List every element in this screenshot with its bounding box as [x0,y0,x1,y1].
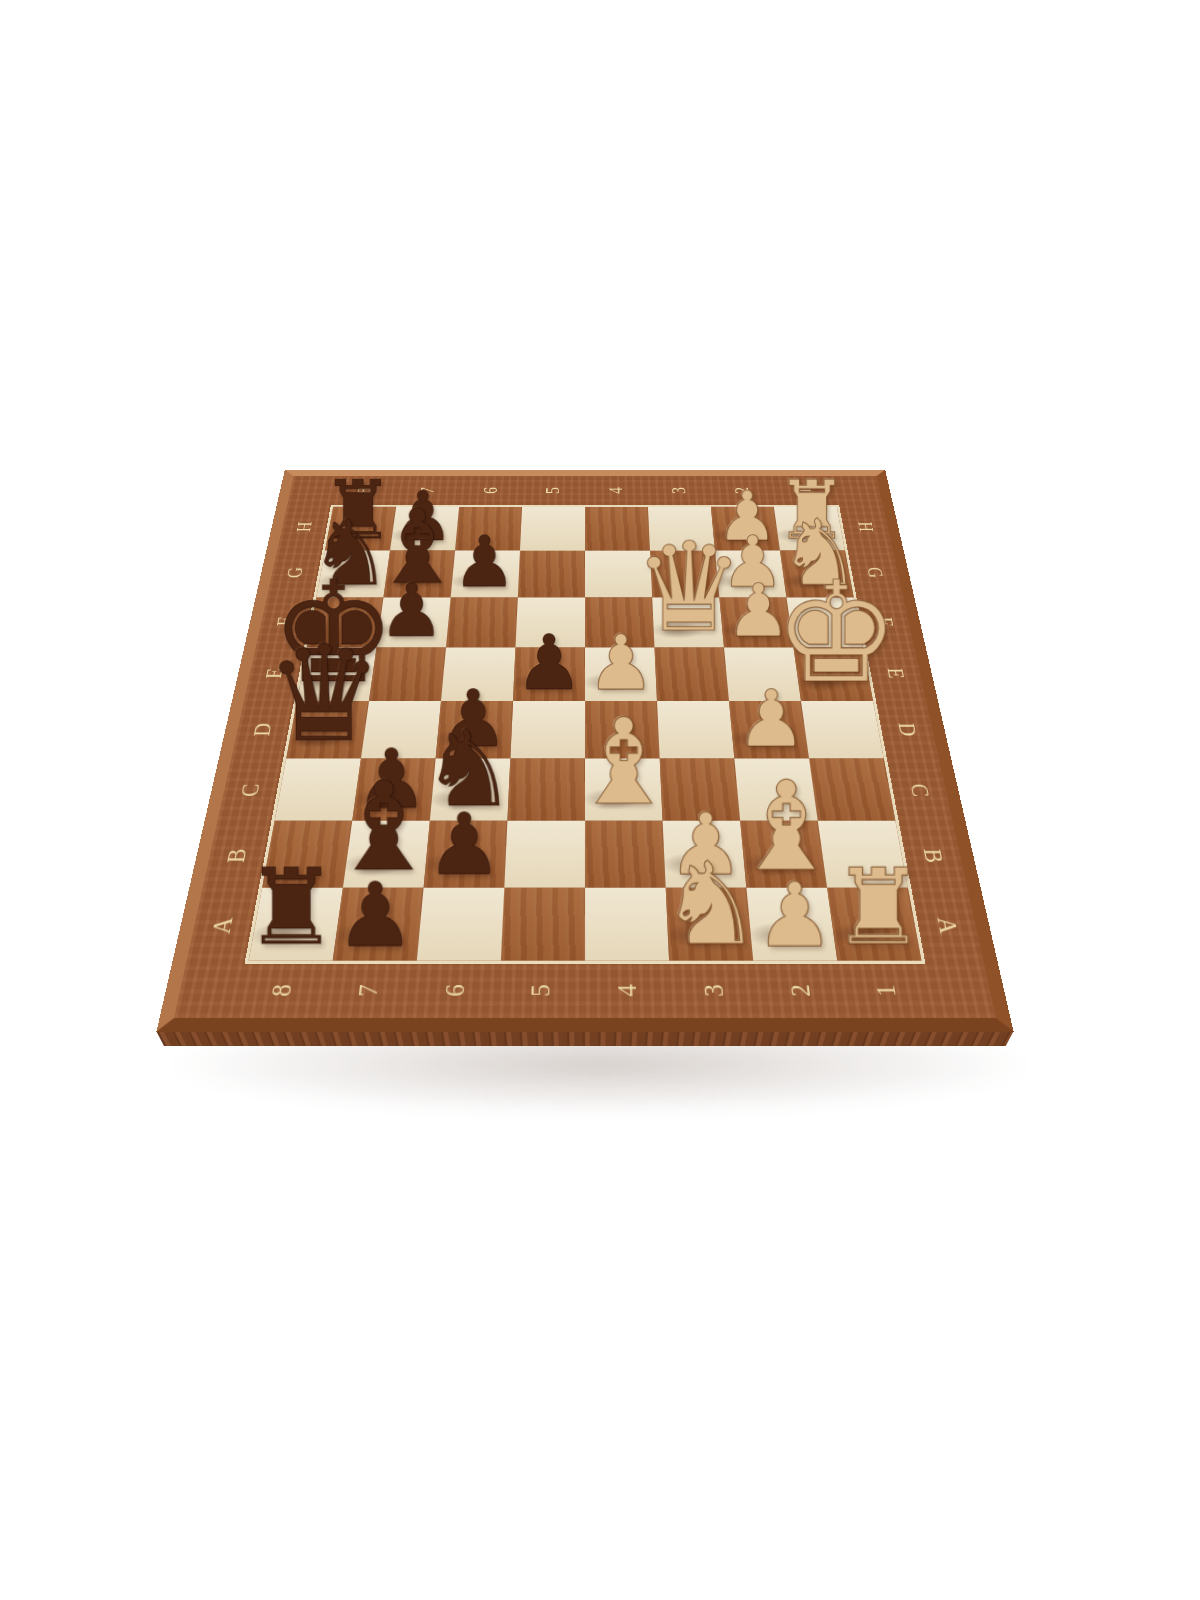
file-label-h: H [830,512,901,542]
rank-label-7: 7 [403,470,451,512]
rank-label-5: 5 [531,470,575,512]
square-d1[interactable] [801,701,884,759]
square-g5[interactable] [518,551,585,598]
rank-label-1: 1 [780,470,830,512]
square-d2[interactable]: ♟ [729,701,809,759]
black-pawn-e5[interactable]: ♟ [515,628,583,698]
file-label-h: H [269,512,340,542]
white-pawn-e4[interactable]: ♟ [587,628,655,698]
white-bishop-c4[interactable]: ♝ [571,708,677,817]
chessboard: ♜♟♟♜♞♝♟♟♞♟♛♟♚♟♟♚♛♟♟♟♞♝♝♟♟♝♜♟♞♟♜ [245,505,926,964]
square-b4[interactable] [585,821,666,888]
white-knight-a3[interactable]: ♞ [660,851,762,956]
rank-label-2: 2 [718,470,766,512]
frame-corner [174,964,245,1018]
white-pawn-a2[interactable]: ♟ [755,875,834,956]
white-rook-a1[interactable]: ♜ [832,860,926,956]
black-pawn-a7[interactable]: ♟ [336,875,415,956]
chessboard-frame: 87654321 HGFEDCBA ♜♟♟♜♞♝♟♟♞♟♛♟♚♟♟♚♛♟♟♟♞♝… [156,470,1013,1032]
white-pawn-d2[interactable]: ♟ [736,683,807,755]
rank-label-3: 3 [657,470,703,512]
board-front-edge [156,1032,1013,1047]
file-label-f: F [847,604,923,639]
square-f6[interactable] [446,597,518,647]
rank-label-8: 8 [340,470,390,512]
rank-labels-bottom: 87654321 [234,964,935,1018]
black-rook-a8[interactable]: ♜ [244,860,338,956]
square-a6[interactable] [417,888,504,961]
file-label-e: E [856,655,935,692]
square-a4[interactable] [585,888,669,961]
square-a8[interactable]: ♜ [249,888,343,961]
square-b5[interactable] [504,821,585,888]
square-a7[interactable]: ♟ [333,888,424,961]
square-f3[interactable]: ♛ [652,597,724,647]
square-a5[interactable] [501,888,585,961]
square-a3[interactable]: ♞ [666,888,753,961]
square-a1[interactable]: ♜ [827,888,921,961]
rank-label-4: 4 [595,470,639,512]
file-label-g: G [838,556,911,588]
square-h5[interactable] [520,507,585,551]
frame-corner [925,964,996,1018]
file-label-g: G [258,556,331,588]
rank-label-6: 6 [467,470,513,512]
rank-labels-top: 87654321 [331,476,839,505]
board-photo-scene: 87654321 HGFEDCBA ♜♟♟♜♞♝♟♟♞♟♛♟♚♟♟♚♛♟♟♟♞♝… [232,348,938,1054]
square-c4[interactable]: ♝ [585,759,663,821]
